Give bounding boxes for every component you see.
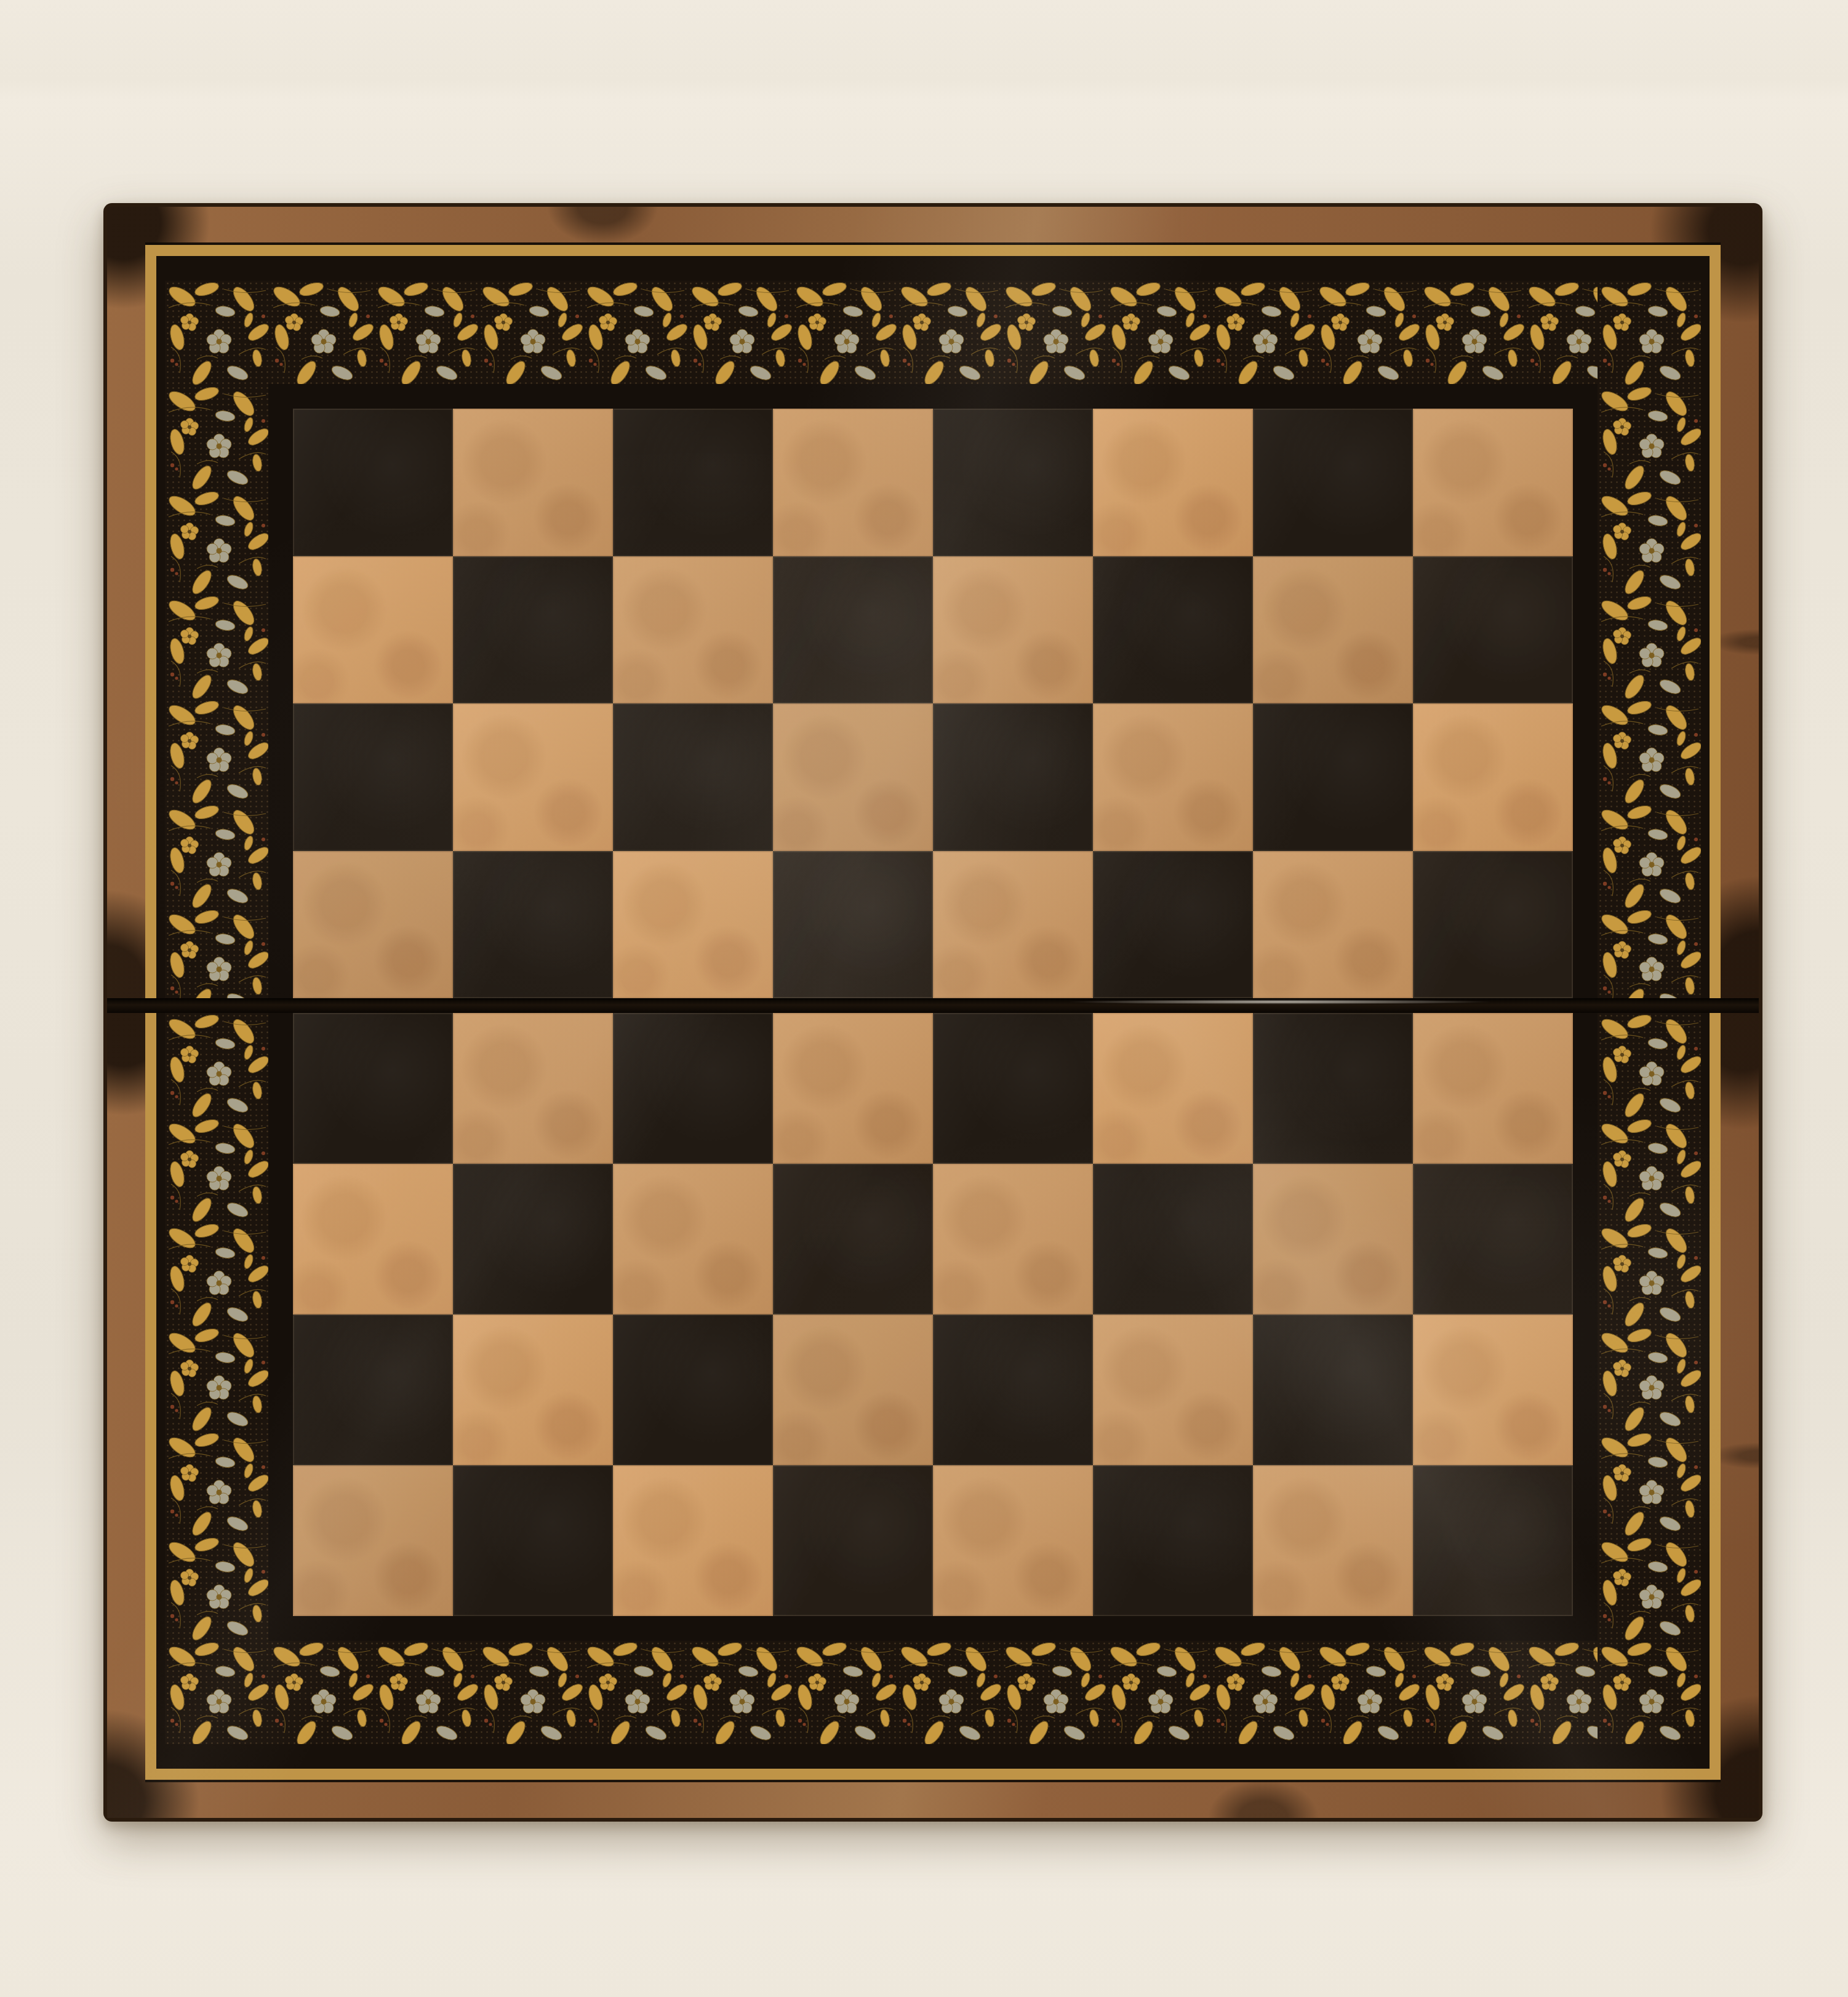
floral-border-right-upper [1598, 281, 1701, 998]
floral-pattern [165, 1641, 1701, 1744]
square-b8[interactable] [453, 409, 613, 556]
square-c4[interactable] [613, 1013, 773, 1164]
square-h1[interactable] [1413, 1465, 1573, 1616]
square-a4[interactable] [293, 1013, 453, 1164]
square-f1[interactable] [1093, 1465, 1253, 1616]
board-leaf-top [107, 207, 1759, 998]
square-g4[interactable] [1253, 1013, 1413, 1164]
square-c1[interactable] [613, 1465, 773, 1616]
square-a2[interactable] [293, 1315, 453, 1465]
square-f6[interactable] [1093, 703, 1253, 851]
square-b2[interactable] [453, 1315, 613, 1465]
square-d2[interactable] [773, 1315, 933, 1465]
square-c6[interactable] [613, 703, 773, 851]
square-c7[interactable] [613, 556, 773, 704]
square-e6[interactable] [933, 703, 1093, 851]
square-a1[interactable] [293, 1465, 453, 1616]
square-b1[interactable] [453, 1465, 613, 1616]
square-h2[interactable] [1413, 1315, 1573, 1465]
square-f5[interactable] [1093, 851, 1253, 999]
square-g8[interactable] [1253, 409, 1413, 556]
floral-border-right-lower [1598, 1013, 1701, 1744]
square-a7[interactable] [293, 556, 453, 704]
square-d4[interactable] [773, 1013, 933, 1164]
checkerboard-lower-half [293, 1013, 1573, 1616]
square-g7[interactable] [1253, 556, 1413, 704]
square-d7[interactable] [773, 556, 933, 704]
square-h7[interactable] [1413, 556, 1573, 704]
floral-pattern [165, 281, 1701, 384]
square-e4[interactable] [933, 1013, 1093, 1164]
square-a3[interactable] [293, 1164, 453, 1315]
square-f8[interactable] [1093, 409, 1253, 556]
floral-pattern [165, 1013, 268, 1744]
square-c5[interactable] [613, 851, 773, 999]
square-e3[interactable] [933, 1164, 1093, 1315]
square-f2[interactable] [1093, 1315, 1253, 1465]
square-h4[interactable] [1413, 1013, 1573, 1164]
square-g3[interactable] [1253, 1164, 1413, 1315]
folding-chessboard [103, 203, 1762, 1822]
square-d3[interactable] [773, 1164, 933, 1315]
photo-backdrop [0, 0, 1848, 1997]
square-b3[interactable] [453, 1164, 613, 1315]
square-c3[interactable] [613, 1164, 773, 1315]
floral-pattern [1598, 281, 1701, 998]
square-h6[interactable] [1413, 703, 1573, 851]
square-e5[interactable] [933, 851, 1093, 999]
floral-border-left-upper [165, 281, 268, 998]
square-e8[interactable] [933, 409, 1093, 556]
square-c8[interactable] [613, 409, 773, 556]
square-b6[interactable] [453, 703, 613, 851]
square-g6[interactable] [1253, 703, 1413, 851]
square-b4[interactable] [453, 1013, 613, 1164]
square-e1[interactable] [933, 1465, 1093, 1616]
square-g2[interactable] [1253, 1315, 1413, 1465]
fold-hinge-seam [107, 998, 1759, 1013]
square-e7[interactable] [933, 556, 1093, 704]
square-d5[interactable] [773, 851, 933, 999]
square-g5[interactable] [1253, 851, 1413, 999]
floral-border-bottom [165, 1641, 1701, 1744]
square-d1[interactable] [773, 1465, 933, 1616]
floral-pattern [165, 281, 268, 998]
square-e2[interactable] [933, 1315, 1093, 1465]
fold-shine-highlight [1065, 999, 1495, 1004]
square-h3[interactable] [1413, 1164, 1573, 1315]
square-f4[interactable] [1093, 1013, 1253, 1164]
square-f7[interactable] [1093, 556, 1253, 704]
square-a8[interactable] [293, 409, 453, 556]
square-a5[interactable] [293, 851, 453, 999]
board-leaf-bottom [107, 1013, 1759, 1818]
square-f3[interactable] [1093, 1164, 1253, 1315]
floral-border-top [165, 281, 1701, 384]
square-h5[interactable] [1413, 851, 1573, 999]
square-a6[interactable] [293, 703, 453, 851]
square-b7[interactable] [453, 556, 613, 704]
square-b5[interactable] [453, 851, 613, 999]
square-d6[interactable] [773, 703, 933, 851]
square-d8[interactable] [773, 409, 933, 556]
floral-border-left-lower [165, 1013, 268, 1744]
square-g1[interactable] [1253, 1465, 1413, 1616]
checkerboard-upper-half [293, 409, 1573, 998]
square-h8[interactable] [1413, 409, 1573, 556]
floral-pattern [1598, 1013, 1701, 1744]
square-c2[interactable] [613, 1315, 773, 1465]
